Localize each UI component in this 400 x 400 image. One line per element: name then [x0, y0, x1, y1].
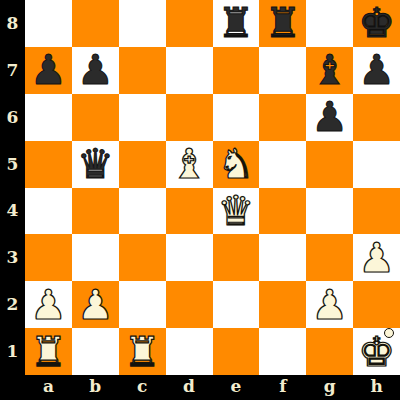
black-pawn: ♟ [77, 47, 114, 93]
white-pawn: ♟ [358, 235, 395, 281]
square-g8[interactable] [306, 0, 353, 47]
square-a5[interactable] [25, 141, 72, 188]
square-e8[interactable]: ♜ [213, 0, 260, 47]
rank-label-4: 4 [0, 188, 25, 235]
white-knight: ♞ [218, 141, 255, 187]
square-b6[interactable] [72, 94, 119, 141]
white-queen: ♛ [218, 188, 255, 234]
square-f3[interactable] [259, 234, 306, 281]
file-label-h: h [353, 375, 400, 400]
black-pawn: ♟ [311, 94, 348, 140]
square-d5[interactable]: ♝ [166, 141, 213, 188]
white-to-move-indicator [384, 328, 394, 338]
square-h7[interactable]: ♟ [353, 47, 400, 94]
square-e3[interactable] [213, 234, 260, 281]
square-c1[interactable]: ♜ [119, 328, 166, 375]
rank-label-6: 6 [0, 94, 25, 141]
square-d7[interactable] [166, 47, 213, 94]
square-h3[interactable]: ♟ [353, 234, 400, 281]
square-g5[interactable] [306, 141, 353, 188]
rank-label-5: 5 [0, 141, 25, 188]
square-b1[interactable] [72, 328, 119, 375]
file-label-e: e [213, 375, 260, 400]
square-b4[interactable] [72, 188, 119, 235]
black-king: ♚ [358, 0, 395, 46]
square-g3[interactable] [306, 234, 353, 281]
square-h5[interactable] [353, 141, 400, 188]
square-f1[interactable] [259, 328, 306, 375]
rank-label-7: 7 [0, 47, 25, 94]
square-a3[interactable] [25, 234, 72, 281]
square-h4[interactable] [353, 188, 400, 235]
square-g4[interactable] [306, 188, 353, 235]
square-a6[interactable] [25, 94, 72, 141]
white-pawn: ♟ [30, 282, 67, 328]
square-c2[interactable] [119, 281, 166, 328]
rank-label-2: 2 [0, 281, 25, 328]
square-b8[interactable] [72, 0, 119, 47]
rank-label-8: 8 [0, 0, 25, 47]
square-d6[interactable] [166, 94, 213, 141]
square-e1[interactable] [213, 328, 260, 375]
black-bishop: ♝ [311, 47, 348, 93]
square-f2[interactable] [259, 281, 306, 328]
square-c5[interactable] [119, 141, 166, 188]
file-label-d: d [166, 375, 213, 400]
square-e5[interactable]: ♞ [213, 141, 260, 188]
white-bishop: ♝ [171, 141, 208, 187]
square-h2[interactable] [353, 281, 400, 328]
square-d8[interactable] [166, 0, 213, 47]
square-f7[interactable] [259, 47, 306, 94]
square-b2[interactable]: ♟ [72, 281, 119, 328]
square-c3[interactable] [119, 234, 166, 281]
white-pawn: ♟ [311, 282, 348, 328]
white-pawn: ♟ [77, 282, 114, 328]
file-label-b: b [72, 375, 119, 400]
black-rook: ♜ [218, 0, 255, 46]
square-e2[interactable] [213, 281, 260, 328]
black-queen: ♛ [77, 141, 114, 187]
square-a7[interactable]: ♟ [25, 47, 72, 94]
file-label-g: g [306, 375, 353, 400]
rank-labels: 87654321 [0, 0, 25, 375]
square-c8[interactable] [119, 0, 166, 47]
square-e4[interactable]: ♛ [213, 188, 260, 235]
square-g1[interactable] [306, 328, 353, 375]
file-label-a: a [25, 375, 72, 400]
square-g2[interactable]: ♟ [306, 281, 353, 328]
square-e6[interactable] [213, 94, 260, 141]
white-rook: ♜ [30, 329, 67, 375]
file-labels: abcdefgh [25, 375, 400, 400]
chess-diagram: 87654321 ♜♜♚♟♟♝♟♟♛♝♞♛♟♟♟♟♜♜♚ abcdefgh [0, 0, 400, 400]
square-f4[interactable] [259, 188, 306, 235]
square-f8[interactable]: ♜ [259, 0, 306, 47]
square-h6[interactable] [353, 94, 400, 141]
square-a1[interactable]: ♜ [25, 328, 72, 375]
square-b7[interactable]: ♟ [72, 47, 119, 94]
square-g6[interactable]: ♟ [306, 94, 353, 141]
white-rook: ♜ [124, 329, 161, 375]
file-label-c: c [119, 375, 166, 400]
square-c4[interactable] [119, 188, 166, 235]
square-d2[interactable] [166, 281, 213, 328]
square-a2[interactable]: ♟ [25, 281, 72, 328]
black-rook: ♜ [264, 0, 301, 46]
square-f5[interactable] [259, 141, 306, 188]
file-label-f: f [259, 375, 306, 400]
square-f6[interactable] [259, 94, 306, 141]
chess-board: ♜♜♚♟♟♝♟♟♛♝♞♛♟♟♟♟♜♜♚ [25, 0, 400, 375]
square-e7[interactable] [213, 47, 260, 94]
square-c7[interactable] [119, 47, 166, 94]
square-g7[interactable]: ♝ [306, 47, 353, 94]
rank-label-1: 1 [0, 328, 25, 375]
square-h8[interactable]: ♚ [353, 0, 400, 47]
black-pawn: ♟ [358, 47, 395, 93]
rank-label-3: 3 [0, 234, 25, 281]
square-d3[interactable] [166, 234, 213, 281]
square-b5[interactable]: ♛ [72, 141, 119, 188]
square-a4[interactable] [25, 188, 72, 235]
square-d1[interactable] [166, 328, 213, 375]
square-d4[interactable] [166, 188, 213, 235]
square-c6[interactable] [119, 94, 166, 141]
square-a8[interactable] [25, 0, 72, 47]
square-b3[interactable] [72, 234, 119, 281]
black-pawn: ♟ [30, 47, 67, 93]
